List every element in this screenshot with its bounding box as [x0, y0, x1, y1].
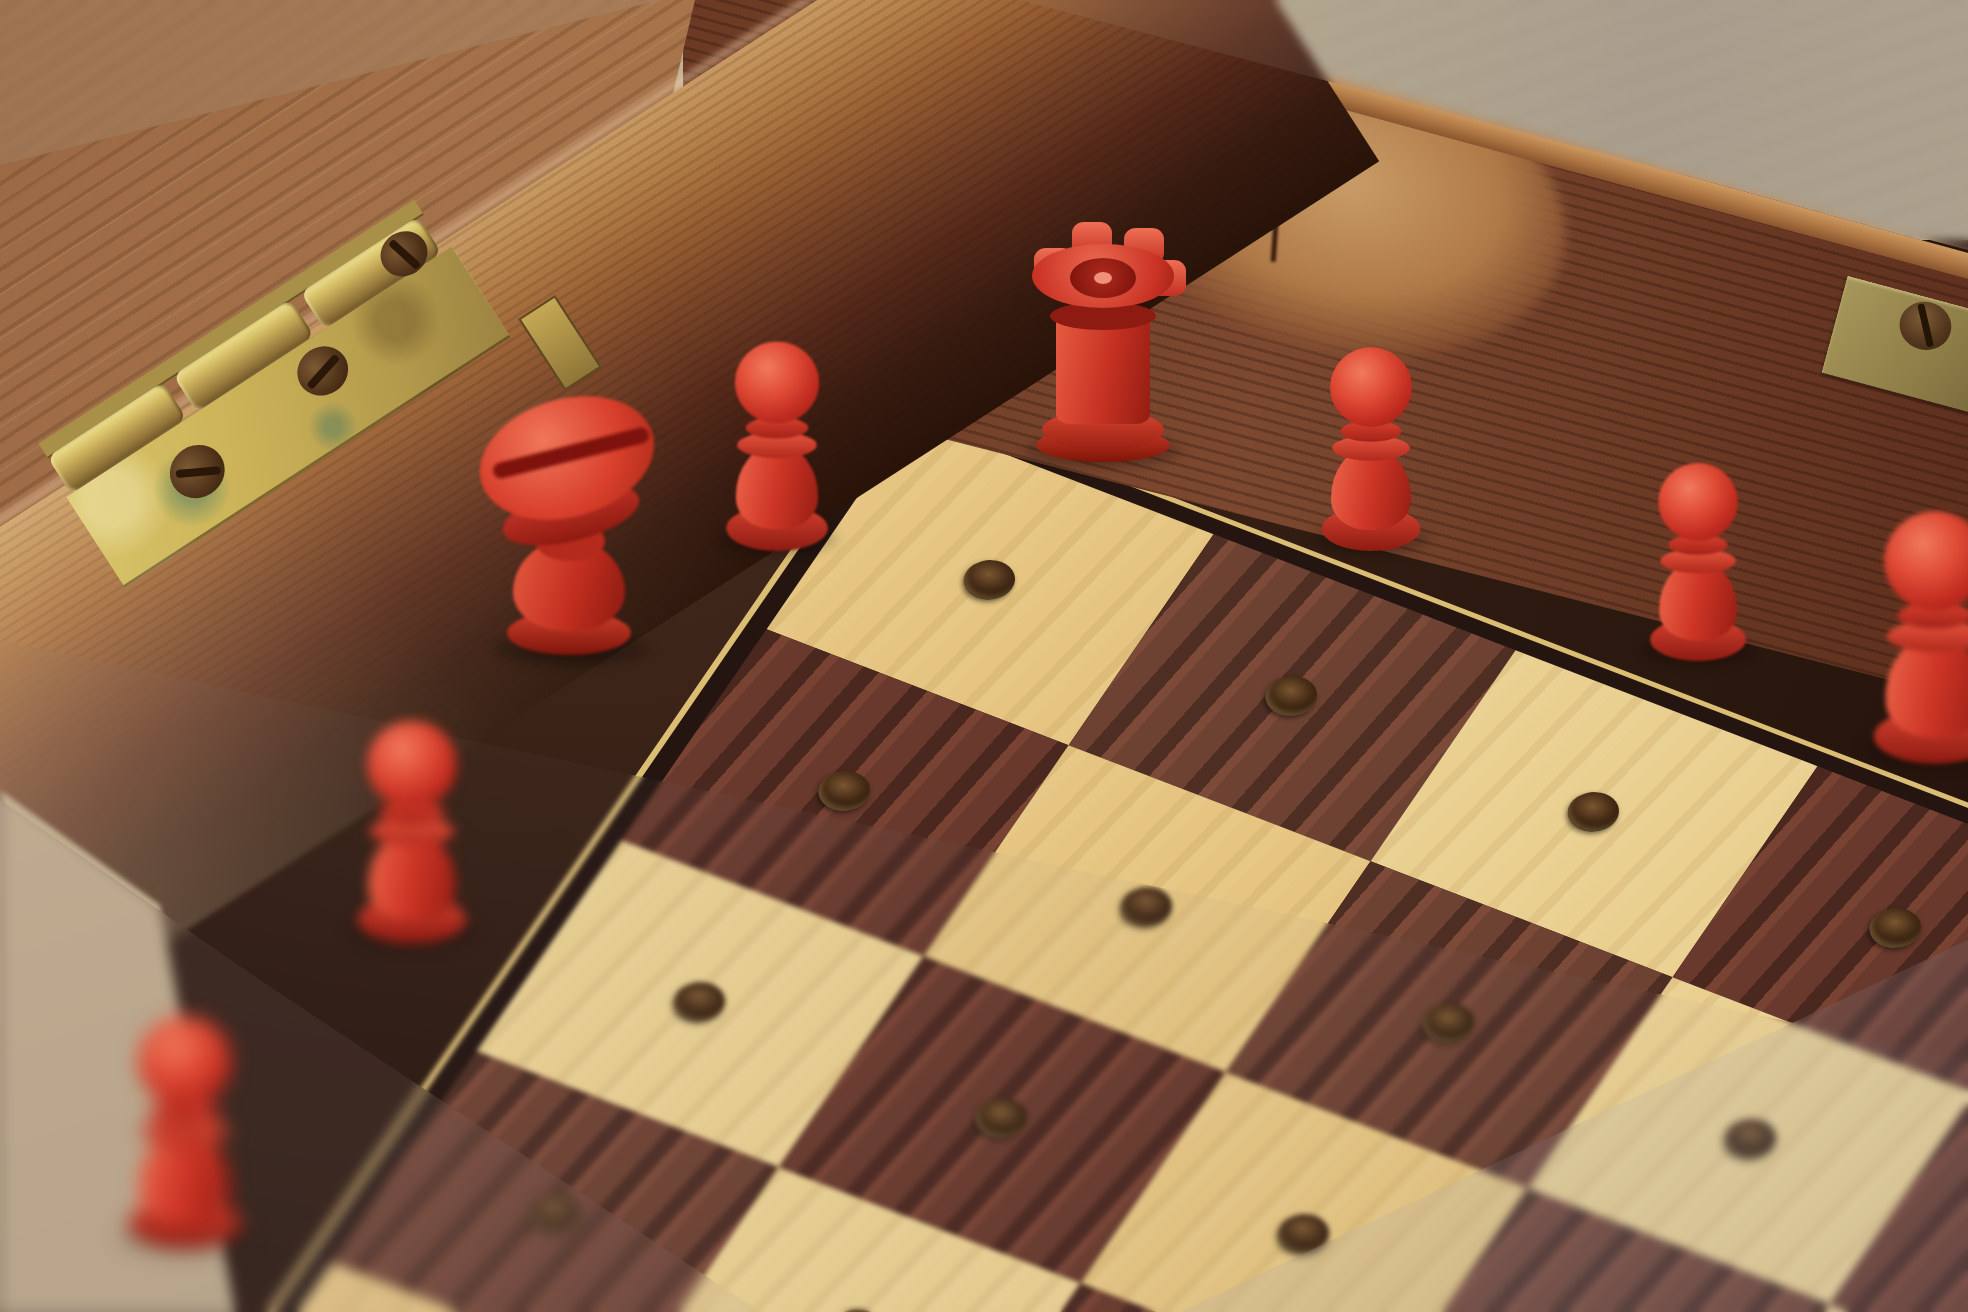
chess-piece-pawn-red[interactable] [1319, 347, 1424, 552]
chess-piece-pawn-red[interactable] [1647, 463, 1749, 662]
chess-piece-pawn-red[interactable] [723, 341, 831, 552]
chess-piece-pawn-red[interactable] [355, 721, 470, 945]
chess-piece-pawn-red[interactable] [125, 1016, 245, 1250]
pieces-layer [0, 0, 1968, 1312]
chess-piece-rook-red[interactable] [1028, 222, 1178, 462]
travel-chess-set-photo [0, 0, 1968, 1312]
chess-piece-pawn-red[interactable] [1870, 512, 1968, 766]
chess-piece-bishop-red[interactable] [473, 393, 663, 668]
